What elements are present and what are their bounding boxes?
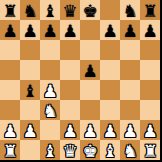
white-pawn-icon: ♟ [42, 80, 57, 100]
square-c1[interactable]: ♝ [40, 140, 60, 160]
black-pawn-icon: ♟ [102, 20, 117, 40]
square-h4[interactable] [140, 80, 160, 100]
square-g5[interactable] [120, 60, 140, 80]
square-e3[interactable] [80, 100, 100, 120]
square-b3[interactable] [20, 100, 40, 120]
chess-board: ♜♞♝♛♚♞♜♟♟♟♟♟♟♟♟♝♟♞♟♟♟♟♟♟♟♜♝♛♚♝♞♜ [0, 0, 162, 162]
white-rook-icon: ♜ [2, 140, 17, 160]
square-h6[interactable] [140, 40, 160, 60]
square-e6[interactable] [80, 40, 100, 60]
square-a7[interactable]: ♟ [0, 20, 20, 40]
square-f1[interactable]: ♝ [100, 140, 120, 160]
black-rook-icon: ♜ [142, 0, 157, 20]
square-h1[interactable]: ♜ [140, 140, 160, 160]
white-knight-icon: ♞ [42, 100, 57, 120]
square-e4[interactable] [80, 80, 100, 100]
square-c3[interactable]: ♞ [40, 100, 60, 120]
square-d4[interactable] [60, 80, 80, 100]
square-h8[interactable]: ♜ [140, 0, 160, 20]
white-pawn-icon: ♟ [142, 120, 157, 140]
square-f7[interactable]: ♟ [100, 20, 120, 40]
square-a2[interactable]: ♟ [0, 120, 20, 140]
square-g6[interactable] [120, 40, 140, 60]
black-knight-icon: ♞ [122, 0, 137, 20]
square-d5[interactable] [60, 60, 80, 80]
white-pawn-icon: ♟ [2, 120, 17, 140]
square-b6[interactable] [20, 40, 40, 60]
square-g4[interactable] [120, 80, 140, 100]
square-f3[interactable] [100, 100, 120, 120]
black-bishop-icon: ♝ [22, 80, 37, 100]
square-c2[interactable] [40, 120, 60, 140]
square-g2[interactable]: ♟ [120, 120, 140, 140]
square-h3[interactable] [140, 100, 160, 120]
square-a4[interactable] [0, 80, 20, 100]
square-a5[interactable] [0, 60, 20, 80]
black-bishop-icon: ♝ [42, 0, 57, 20]
square-g1[interactable]: ♞ [120, 140, 140, 160]
square-h2[interactable]: ♟ [140, 120, 160, 140]
square-f2[interactable]: ♟ [100, 120, 120, 140]
square-h7[interactable]: ♟ [140, 20, 160, 40]
square-a3[interactable] [0, 100, 20, 120]
square-e2[interactable]: ♟ [80, 120, 100, 140]
square-c7[interactable]: ♟ [40, 20, 60, 40]
square-d6[interactable] [60, 40, 80, 60]
square-c5[interactable] [40, 60, 60, 80]
black-pawn-icon: ♟ [42, 20, 57, 40]
white-pawn-icon: ♟ [62, 120, 77, 140]
square-a1[interactable]: ♜ [0, 140, 20, 160]
square-f5[interactable] [100, 60, 120, 80]
square-f4[interactable] [100, 80, 120, 100]
white-bishop-icon: ♝ [102, 140, 117, 160]
black-pawn-icon: ♟ [62, 20, 77, 40]
square-g7[interactable]: ♟ [120, 20, 140, 40]
square-c8[interactable]: ♝ [40, 0, 60, 20]
white-pawn-icon: ♟ [102, 120, 117, 140]
square-d7[interactable]: ♟ [60, 20, 80, 40]
square-e5[interactable]: ♟ [80, 60, 100, 80]
square-e7[interactable] [80, 20, 100, 40]
square-b8[interactable]: ♞ [20, 0, 40, 20]
square-e8[interactable]: ♚ [80, 0, 100, 20]
black-pawn-icon: ♟ [142, 20, 157, 40]
white-pawn-icon: ♟ [82, 120, 97, 140]
white-king-icon: ♚ [82, 140, 97, 160]
square-b7[interactable]: ♟ [20, 20, 40, 40]
square-f8[interactable] [100, 0, 120, 20]
square-g8[interactable]: ♞ [120, 0, 140, 20]
white-queen-icon: ♛ [62, 140, 77, 160]
square-e1[interactable]: ♚ [80, 140, 100, 160]
black-pawn-icon: ♟ [22, 20, 37, 40]
square-h5[interactable] [140, 60, 160, 80]
white-pawn-icon: ♟ [22, 120, 37, 140]
square-b1[interactable] [20, 140, 40, 160]
square-c4[interactable]: ♟ [40, 80, 60, 100]
square-b2[interactable]: ♟ [20, 120, 40, 140]
square-c6[interactable] [40, 40, 60, 60]
black-rook-icon: ♜ [2, 0, 17, 20]
white-bishop-icon: ♝ [42, 140, 57, 160]
square-d3[interactable] [60, 100, 80, 120]
white-rook-icon: ♜ [142, 140, 157, 160]
square-a8[interactable]: ♜ [0, 0, 20, 20]
black-pawn-icon: ♟ [82, 60, 97, 80]
square-b4[interactable]: ♝ [20, 80, 40, 100]
square-a6[interactable] [0, 40, 20, 60]
white-knight-icon: ♞ [122, 140, 137, 160]
square-f6[interactable] [100, 40, 120, 60]
square-g3[interactable] [120, 100, 140, 120]
black-knight-icon: ♞ [22, 0, 37, 20]
square-d1[interactable]: ♛ [60, 140, 80, 160]
black-pawn-icon: ♟ [122, 20, 137, 40]
square-d2[interactable]: ♟ [60, 120, 80, 140]
black-queen-icon: ♛ [62, 0, 77, 20]
black-pawn-icon: ♟ [2, 20, 17, 40]
square-d8[interactable]: ♛ [60, 0, 80, 20]
white-pawn-icon: ♟ [122, 120, 137, 140]
black-king-icon: ♚ [82, 0, 97, 20]
square-b5[interactable] [20, 60, 40, 80]
